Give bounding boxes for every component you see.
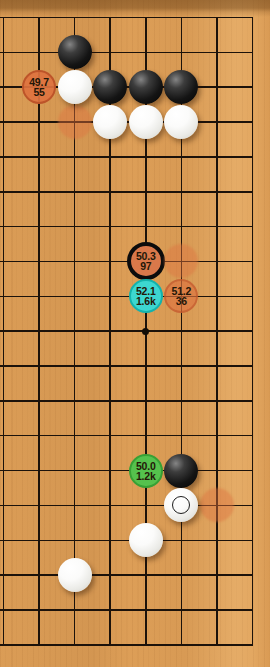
white-stone-O3 (58, 558, 92, 592)
black-stone-O18 (58, 35, 92, 69)
analysis-suggestion-R12[interactable] (164, 244, 198, 278)
winrate-label: 49.7 (29, 77, 49, 87)
analysis-suggestion-Q11[interactable]: 52.11.6k (129, 279, 163, 313)
analysis-suggestion-Q12[interactable]: 50.397 (127, 242, 165, 280)
black-stone-P17 (93, 70, 127, 104)
white-stone-Q4 (129, 523, 163, 557)
grid-line-vertical (3, 17, 5, 646)
white-stone-Q16 (129, 105, 163, 139)
analysis-suggestion-N17[interactable]: 49.755 (22, 70, 56, 104)
analysis-suggestion-R11[interactable]: 51.236 (164, 279, 198, 313)
white-stone-R16 (164, 105, 198, 139)
grid-line-vertical (38, 17, 40, 646)
visits-label: 36 (176, 296, 187, 306)
analysis-suggestion-O16[interactable] (58, 105, 92, 139)
visits-label: 1.2k (136, 471, 156, 481)
black-stone-R6 (164, 454, 198, 488)
grid-line-vertical (252, 17, 254, 646)
black-stone-R17 (164, 70, 198, 104)
go-board[interactable]: 49.75550.39752.11.6k51.23650.01.2k (0, 0, 270, 667)
star-point-Q10 (142, 328, 149, 335)
winrate-label: 50.0 (136, 461, 156, 471)
last-move-marker (172, 496, 190, 514)
grid-line-vertical (216, 17, 218, 646)
white-stone-O17 (58, 70, 92, 104)
visits-label: 97 (140, 261, 151, 271)
analysis-suggestion-S5[interactable] (200, 488, 234, 522)
white-stone-P16 (93, 105, 127, 139)
analysis-suggestion-Q6[interactable]: 50.01.2k (129, 454, 163, 488)
visits-label: 55 (33, 87, 44, 97)
winrate-label: 50.3 (136, 251, 156, 261)
winrate-label: 51.2 (172, 286, 192, 296)
white-stone-R5 (164, 488, 198, 522)
visits-label: 1.6k (136, 296, 156, 306)
black-stone-Q17 (129, 70, 163, 104)
winrate-label: 52.1 (136, 286, 156, 296)
